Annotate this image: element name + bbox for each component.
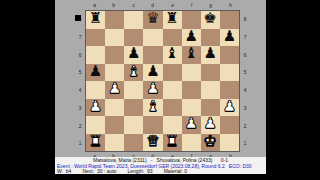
square-c6: ♟ [124, 46, 143, 64]
square-b1 [105, 134, 124, 152]
square-b7 [105, 29, 124, 47]
square-d6 [143, 46, 162, 64]
square-e2 [163, 116, 182, 134]
black-king-g8: ♚ [204, 11, 217, 26]
black-pawn-f7: ♟ [184, 29, 197, 44]
coord-label: 8 [242, 12, 248, 26]
square-d7 [143, 29, 162, 47]
square-c1 [124, 134, 143, 152]
square-f5 [182, 64, 201, 82]
square-a7 [86, 29, 105, 47]
coord-label: 7 [77, 30, 83, 44]
white-pawn-d4: ♟ [146, 81, 159, 96]
coord-label: 3 [242, 101, 248, 115]
coord-label: 5 [77, 65, 83, 79]
square-e5 [163, 64, 182, 82]
coord-label: 1 [242, 136, 248, 150]
square-f8 [182, 11, 201, 29]
square-g1: ♚ [201, 134, 220, 152]
square-f3 [182, 99, 201, 117]
white-pawn-b4: ♟ [108, 81, 121, 96]
white-pawn-a3: ♟ [89, 99, 102, 114]
square-f1 [182, 134, 201, 152]
square-d5: ♟ [143, 64, 162, 82]
square-g4 [201, 81, 220, 99]
coord-label: d [145, 2, 161, 8]
square-f6: ♝ [182, 46, 201, 64]
white-rook-a1: ♜ [89, 134, 102, 149]
coord-label: 4 [242, 83, 248, 97]
coord-label: 6 [77, 47, 83, 61]
square-f4 [182, 81, 201, 99]
black-to-move-indicator [75, 15, 81, 21]
square-c5: ♝ [124, 64, 143, 82]
square-c2 [124, 116, 143, 134]
square-c4 [124, 81, 143, 99]
rank-labels-right: 87654321 [241, 10, 249, 152]
rank-labels-left: 87654321 [76, 10, 84, 152]
coord-label: 5 [242, 65, 248, 79]
square-g3 [201, 99, 220, 117]
square-h3: ♟ [220, 99, 239, 117]
white-bishop-d3: ♝ [146, 99, 159, 114]
coord-label: c [126, 2, 142, 8]
white-pawn-f2: ♟ [184, 116, 197, 131]
coord-label: 4 [77, 83, 83, 97]
file-labels-top: abcdefgh [85, 1, 240, 9]
square-g5 [201, 64, 220, 82]
chess-board: ♜♛♜♚♟♟♟♝♝♟♟♝♟♟♟♟♝♟♟♟♜♛♜♚ [85, 10, 240, 152]
square-a5: ♟ [86, 64, 105, 82]
white-king-g1: ♚ [204, 134, 217, 149]
square-d8: ♛ [143, 11, 162, 29]
coord-label: g [203, 2, 219, 8]
black-pawn-c6: ♟ [127, 46, 140, 61]
square-f2: ♟ [182, 116, 201, 134]
square-b3 [105, 99, 124, 117]
status-line: W: b4 Next: 30 : auto Length: 93 Materia… [55, 169, 266, 175]
coord-label: 7 [242, 30, 248, 44]
square-h7: ♟ [220, 29, 239, 47]
black-pawn-d5: ♟ [146, 64, 159, 79]
square-a6 [86, 46, 105, 64]
game-info: Matsalova, Maria (2311) - Shuvalova, Pol… [55, 157, 266, 174]
square-h2 [220, 116, 239, 134]
square-e4 [163, 81, 182, 99]
coord-label: b [106, 2, 122, 8]
coord-label: 2 [77, 118, 83, 132]
white-rook-e1: ♜ [165, 134, 178, 149]
square-a3: ♟ [86, 99, 105, 117]
black-queen-d8: ♛ [146, 11, 159, 26]
diagram-panel: abcdefgh 87654321 ♜♛♜♚♟♟♟♝♝♟♟♝♟♟♟♟♝♟♟♟♜♛… [55, 0, 266, 174]
square-d4: ♟ [143, 81, 162, 99]
black-pawn-g6: ♟ [204, 46, 217, 61]
square-c8 [124, 11, 143, 29]
black-rook-a8: ♜ [89, 11, 102, 26]
coord-label: 3 [77, 101, 83, 115]
white-pawn-h3: ♟ [223, 99, 236, 114]
black-pawn-a5: ♟ [89, 64, 102, 79]
square-e1: ♜ [163, 134, 182, 152]
square-e3 [163, 99, 182, 117]
square-a4 [86, 81, 105, 99]
square-h5 [220, 64, 239, 82]
square-g7 [201, 29, 220, 47]
coord-label: 2 [242, 118, 248, 132]
square-e7 [163, 29, 182, 47]
square-b4: ♟ [105, 81, 124, 99]
square-f7: ♟ [182, 29, 201, 47]
square-c7 [124, 29, 143, 47]
square-c3 [124, 99, 143, 117]
black-pawn-h7: ♟ [223, 29, 236, 44]
square-b6 [105, 46, 124, 64]
coord-label: e [164, 2, 180, 8]
square-g2: ♟ [201, 116, 220, 134]
white-pawn-g2: ♟ [204, 116, 217, 131]
square-e8: ♜ [163, 11, 182, 29]
black-bishop-e6: ♝ [165, 46, 178, 61]
square-b8 [105, 11, 124, 29]
square-b5 [105, 64, 124, 82]
square-h4 [220, 81, 239, 99]
white-bishop-c5: ♝ [127, 64, 140, 79]
square-h1 [220, 134, 239, 152]
square-b2 [105, 116, 124, 134]
square-d3: ♝ [143, 99, 162, 117]
square-e6: ♝ [163, 46, 182, 64]
coord-label: 6 [242, 47, 248, 61]
square-h6 [220, 46, 239, 64]
square-a2 [86, 116, 105, 134]
coord-label: 1 [77, 136, 83, 150]
video-frame: abcdefgh 87654321 ♜♛♜♚♟♟♟♝♝♟♟♝♟♟♟♟♝♟♟♟♜♛… [0, 0, 320, 180]
square-h8 [220, 11, 239, 29]
square-g6: ♟ [201, 46, 220, 64]
square-d2 [143, 116, 162, 134]
white-queen-d1: ♛ [146, 134, 159, 149]
square-a1: ♜ [86, 134, 105, 152]
black-bishop-f6: ♝ [184, 46, 197, 61]
square-g8: ♚ [201, 11, 220, 29]
square-a8: ♜ [86, 11, 105, 29]
coord-label: a [87, 2, 103, 8]
coord-label: h [223, 2, 239, 8]
coord-label: f [184, 2, 200, 8]
black-rook-e8: ♜ [165, 11, 178, 26]
square-d1: ♛ [143, 134, 162, 152]
